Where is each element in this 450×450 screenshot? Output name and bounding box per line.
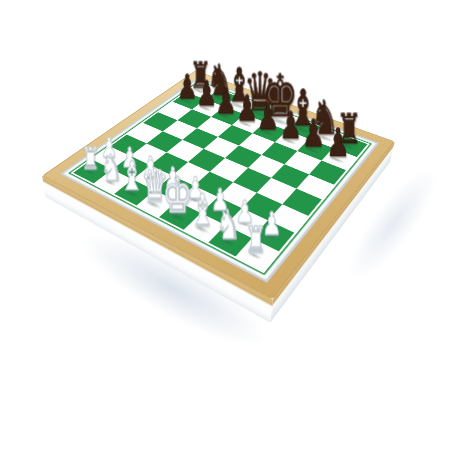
piece-glyph: ♟ bbox=[302, 115, 325, 153]
piece-glyph: ♞ bbox=[216, 205, 241, 246]
board-wood-frame: ♜♞♝♛♚♝♞♜♟♟♟♟♟♟♟♟♟♟♟♟♟♟♟♟♜♞♝♛♚♝♞♜ bbox=[42, 71, 395, 300]
piece-glyph: ♜ bbox=[244, 223, 266, 259]
piece-glyph: ♜ bbox=[81, 145, 100, 175]
piece-glyph: ♚ bbox=[163, 171, 193, 221]
piece-glyph: ♟ bbox=[196, 77, 217, 112]
piece-glyph: ♟ bbox=[257, 99, 279, 136]
piece-glyph: ♟ bbox=[236, 92, 258, 128]
piece-glyph: ♞ bbox=[100, 149, 122, 185]
piece-glyph: ♝ bbox=[189, 190, 215, 233]
piece-glyph: ♟ bbox=[216, 84, 238, 119]
piece-glyph: ♟ bbox=[326, 124, 350, 163]
chess-set-photo: ♜♞♝♛♚♝♞♜♟♟♟♟♟♟♟♟♟♟♟♟♟♟♟♟♜♞♝♛♚♝♞♜ bbox=[0, 0, 450, 450]
piece-glyph: ♟ bbox=[279, 107, 302, 145]
chess-box: ♜♞♝♛♚♝♞♜♟♟♟♟♟♟♟♟♟♟♟♟♟♟♟♟♜♞♝♛♚♝♞♜ bbox=[42, 71, 395, 300]
board-mat: ♜♞♝♛♚♝♞♜♟♟♟♟♟♟♟♟♟♟♟♟♟♟♟♟♜♞♝♛♚♝♞♜ bbox=[60, 77, 379, 282]
piece-glyph: ♟ bbox=[177, 70, 198, 104]
